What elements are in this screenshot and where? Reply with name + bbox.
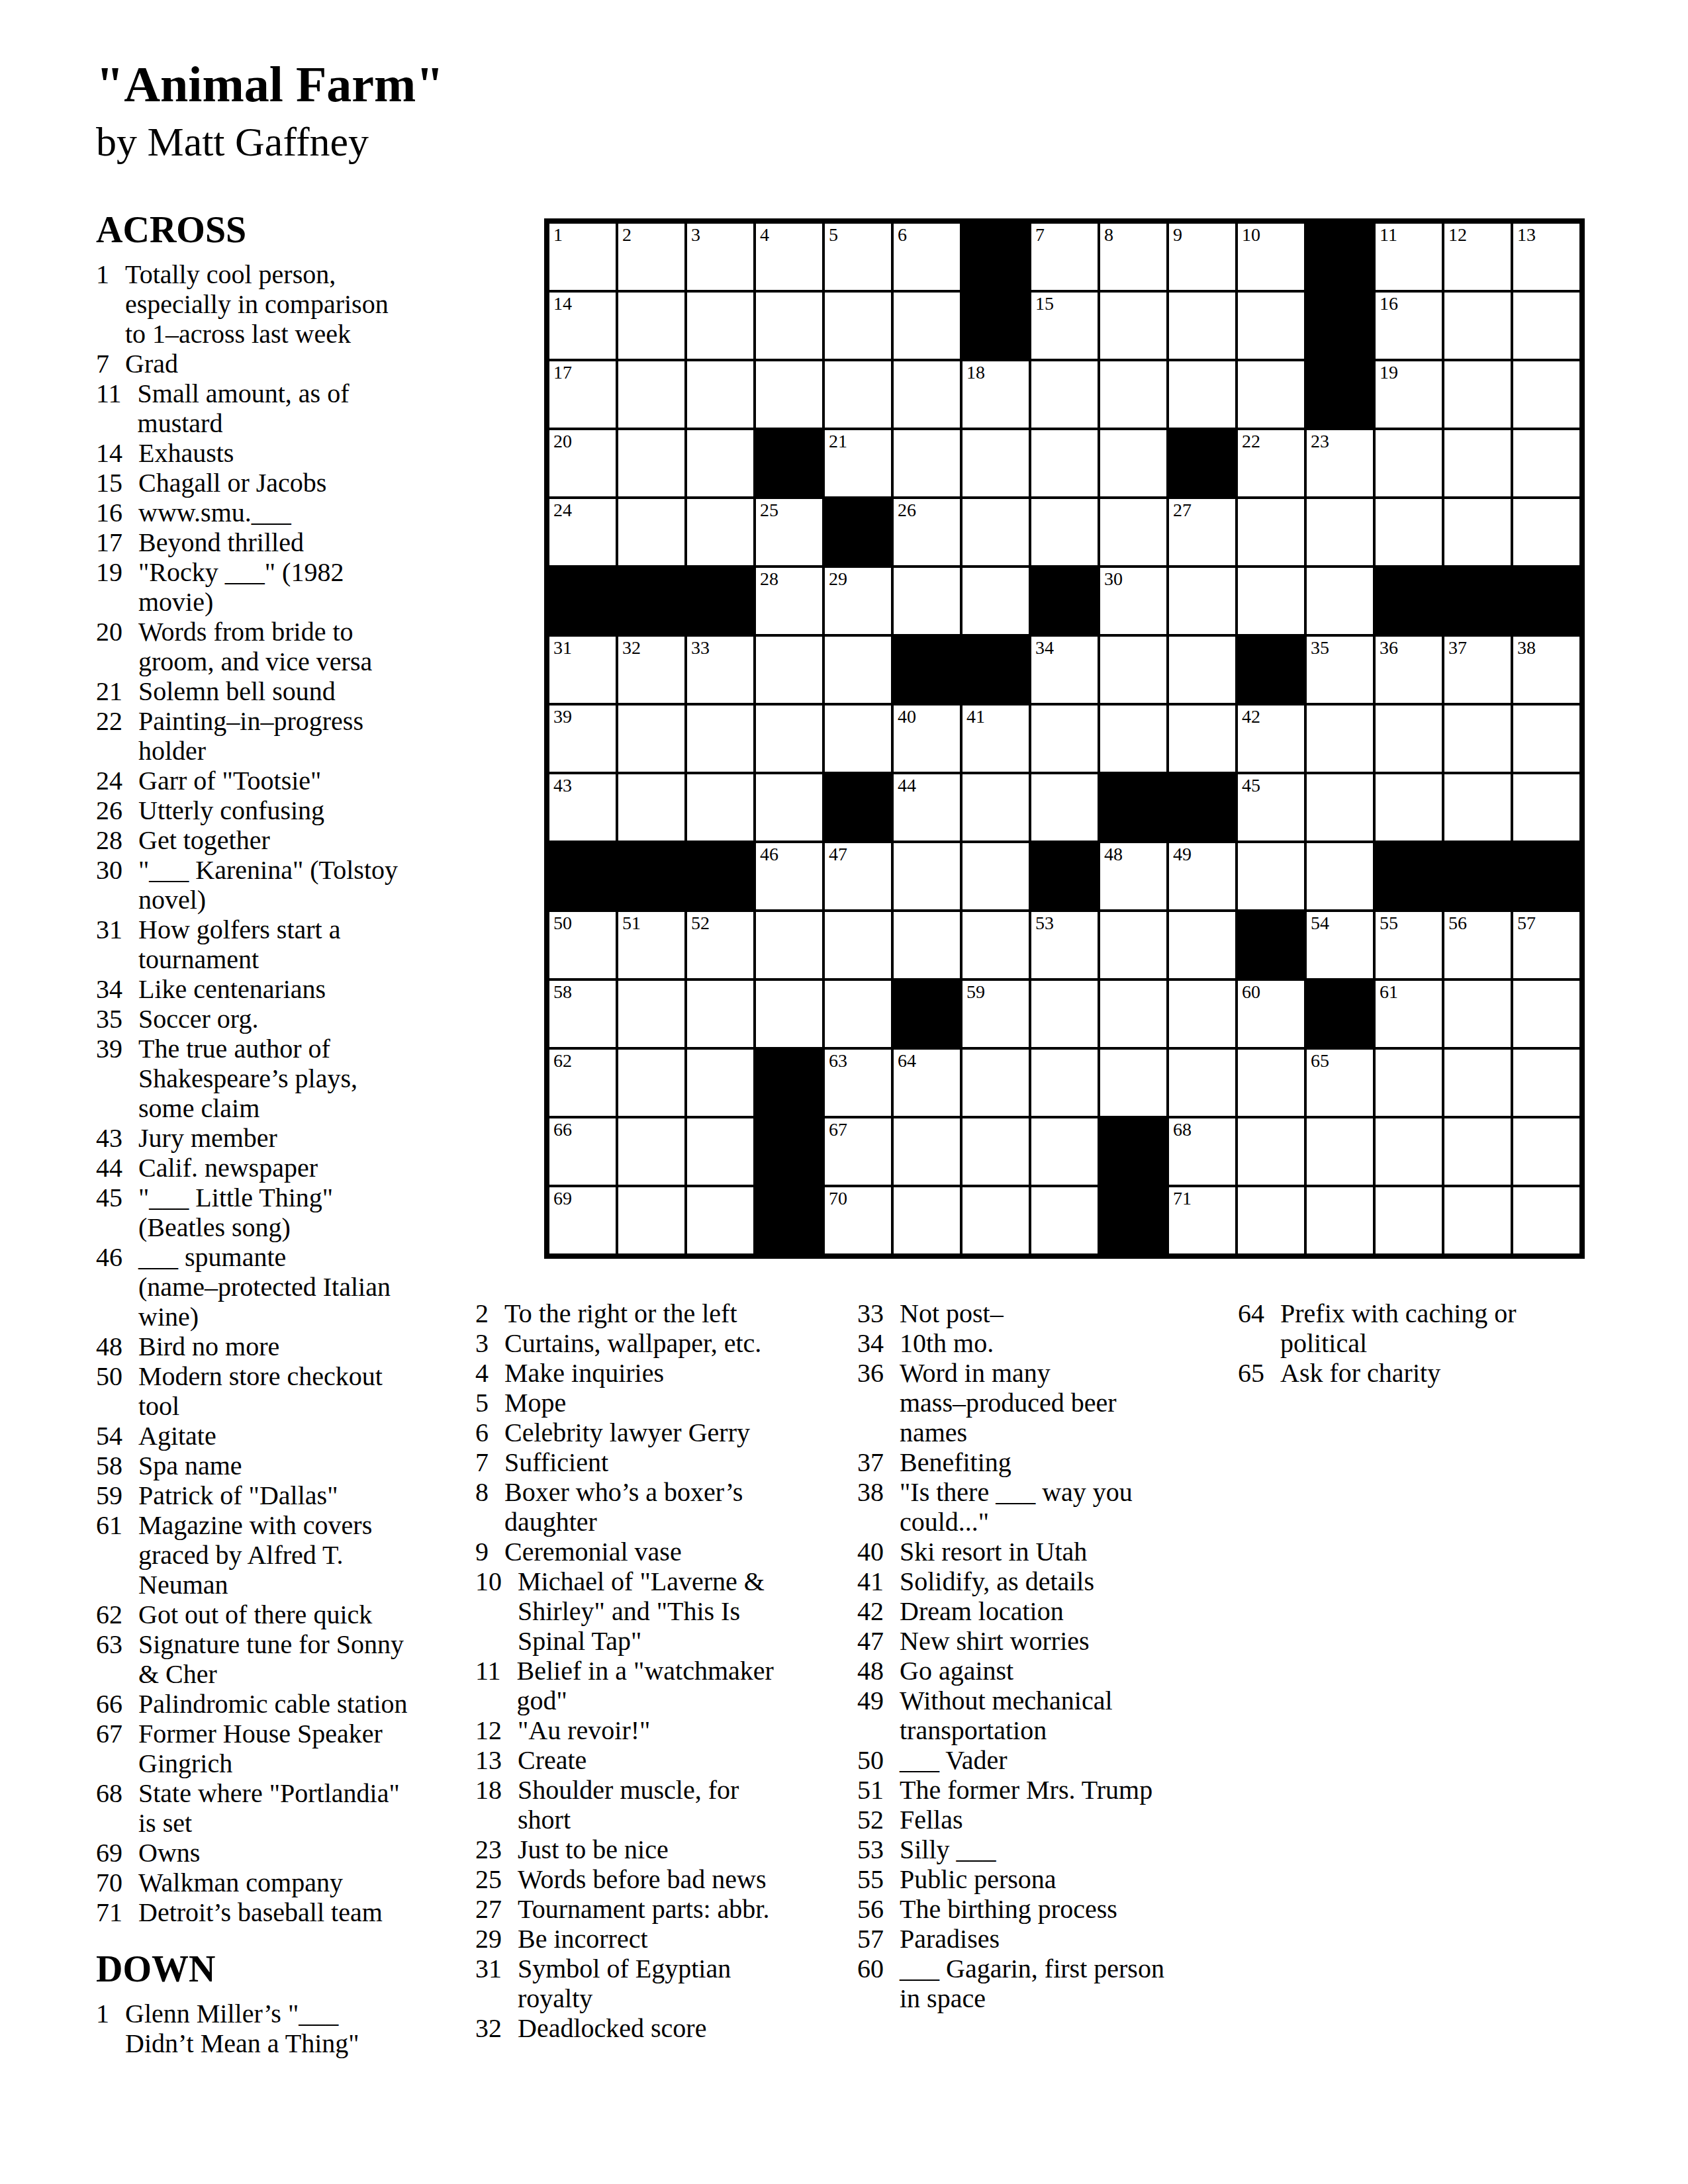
- cell-r13c6[interactable]: 64: [894, 1050, 960, 1116]
- cell-r9c3[interactable]: [687, 774, 753, 841]
- cell-number: 22: [1242, 432, 1260, 451]
- cell-r2c6[interactable]: [894, 293, 960, 359]
- clue-number: 11: [475, 1656, 501, 1715]
- cell-r1c2[interactable]: 2: [618, 224, 684, 290]
- cell-r15c13[interactable]: [1376, 1187, 1442, 1253]
- cell-number: 32: [622, 638, 641, 658]
- cell-r1c4[interactable]: 4: [756, 224, 822, 290]
- block-r6c8: [1031, 568, 1098, 634]
- clue-number: 55: [857, 1864, 884, 1894]
- cell-r4c3[interactable]: [687, 430, 753, 496]
- cell-r11c7[interactable]: [962, 912, 1029, 978]
- cell-r14c3[interactable]: [687, 1118, 753, 1185]
- cell-r11c9[interactable]: [1100, 912, 1166, 978]
- clue-number: 59: [96, 1480, 122, 1510]
- block-r11c11: [1238, 912, 1304, 978]
- clue-number: 25: [475, 1864, 502, 1894]
- puzzle-byline: by Matt Gaffney: [96, 120, 369, 163]
- clue-number: 31: [475, 1954, 502, 2013]
- cell-r15c1[interactable]: 69: [549, 1187, 616, 1253]
- cell-r5c2[interactable]: [618, 499, 684, 565]
- across-clue-50: 50Modern store checkouttool: [96, 1361, 520, 1421]
- cell-r6c4[interactable]: 28: [756, 568, 822, 634]
- block-r9c9: [1100, 774, 1166, 841]
- clue-text: Modern store checkouttool: [138, 1361, 520, 1421]
- cell-r4c6[interactable]: [894, 430, 960, 496]
- cell-r14c6[interactable]: [894, 1118, 960, 1185]
- cell-r14c5[interactable]: 67: [825, 1118, 891, 1185]
- cell-r4c11[interactable]: 22: [1238, 430, 1304, 496]
- cell-number: 15: [1035, 294, 1054, 314]
- clue-text: Glenn Miller’s "___Didn’t Mean a Thing": [125, 1999, 520, 2058]
- clue-number: 10: [475, 1567, 502, 1656]
- cell-r8c13[interactable]: [1376, 705, 1442, 772]
- cell-r4c1[interactable]: 20: [549, 430, 616, 496]
- cell-r13c3[interactable]: [687, 1050, 753, 1116]
- clue-number: 56: [857, 1894, 884, 1924]
- clue-text: Prefix with caching orpolitical: [1280, 1298, 1662, 1358]
- clue-text: Belief in a "watchmakergod": [517, 1656, 846, 1715]
- cell-r2c2[interactable]: [618, 293, 684, 359]
- cell-r15c14[interactable]: [1444, 1187, 1511, 1253]
- cell-r14c11[interactable]: [1238, 1118, 1304, 1185]
- clue-number: 57: [857, 1924, 884, 1954]
- cell-number: 67: [829, 1120, 847, 1140]
- cell-r12c5[interactable]: [825, 981, 891, 1047]
- clue-number: 70: [96, 1868, 122, 1897]
- cell-r1c5[interactable]: 5: [825, 224, 891, 290]
- cell-r5c8[interactable]: [1031, 499, 1098, 565]
- cell-number: 16: [1380, 294, 1398, 314]
- cell-r3c2[interactable]: [618, 361, 684, 428]
- cell-r13c8[interactable]: [1031, 1050, 1098, 1116]
- cell-r14c14[interactable]: [1444, 1118, 1511, 1185]
- cell-r11c1[interactable]: 50: [549, 912, 616, 978]
- cell-r6c12[interactable]: [1307, 568, 1373, 634]
- cell-r3c7[interactable]: 18: [962, 361, 1029, 428]
- block-r9c10: [1169, 774, 1235, 841]
- cell-r15c15[interactable]: [1513, 1187, 1579, 1253]
- cell-r8c7[interactable]: 41: [962, 705, 1029, 772]
- cell-r2c11[interactable]: [1238, 293, 1304, 359]
- cell-number: 27: [1173, 500, 1192, 520]
- down-clue-list-3: 33Not post–3410th mo.36Word in manymass–…: [857, 1298, 1228, 2013]
- cell-r3c1[interactable]: 17: [549, 361, 616, 428]
- clue-number: 69: [96, 1838, 122, 1868]
- cell-r2c9[interactable]: [1100, 293, 1166, 359]
- cell-r1c9[interactable]: 8: [1100, 224, 1166, 290]
- cell-r8c2[interactable]: [618, 705, 684, 772]
- clue-number: 52: [857, 1805, 884, 1835]
- cell-r9c2[interactable]: [618, 774, 684, 841]
- cell-r4c2[interactable]: [618, 430, 684, 496]
- cell-number: 63: [829, 1051, 847, 1071]
- cell-r12c15[interactable]: [1513, 981, 1579, 1047]
- clue-number: 33: [857, 1298, 884, 1328]
- cell-r5c9[interactable]: [1100, 499, 1166, 565]
- clue-text: Like centenarians: [138, 974, 520, 1004]
- cell-r11c10[interactable]: [1169, 912, 1235, 978]
- cell-r2c15[interactable]: [1513, 293, 1579, 359]
- down-clue-49: 49Without mechanicaltransportation: [857, 1686, 1228, 1745]
- clue-number: 23: [475, 1835, 502, 1864]
- down-clue-36: 36Word in manymass–produced beernames: [857, 1358, 1228, 1447]
- cell-number: 18: [966, 363, 985, 383]
- cell-r9c12[interactable]: [1307, 774, 1373, 841]
- clue-number: 50: [857, 1745, 884, 1775]
- cell-r3c4[interactable]: [756, 361, 822, 428]
- cell-r7c13[interactable]: 36: [1376, 637, 1442, 703]
- clue-number: 40: [857, 1537, 884, 1567]
- cell-r5c15[interactable]: [1513, 499, 1579, 565]
- cell-r2c3[interactable]: [687, 293, 753, 359]
- cell-r6c7[interactable]: [962, 568, 1029, 634]
- cell-r2c4[interactable]: [756, 293, 822, 359]
- cell-number: 34: [1035, 638, 1054, 658]
- clue-text: Fellas: [900, 1805, 1228, 1835]
- clue-text: Tournament parts: abbr.: [518, 1894, 846, 1924]
- cell-r3c14[interactable]: [1444, 361, 1511, 428]
- cell-number: 36: [1380, 638, 1398, 658]
- down-clue-9: 9Ceremonial vase: [475, 1537, 846, 1567]
- cell-r7c10[interactable]: [1169, 637, 1235, 703]
- clue-text: Owns: [138, 1838, 520, 1868]
- cell-r4c9[interactable]: [1100, 430, 1166, 496]
- cell-r13c15[interactable]: [1513, 1050, 1579, 1116]
- cell-r1c6[interactable]: 6: [894, 224, 960, 290]
- cell-r5c11[interactable]: [1238, 499, 1304, 565]
- cell-r11c14[interactable]: 56: [1444, 912, 1511, 978]
- cell-r7c9[interactable]: [1100, 637, 1166, 703]
- cell-r10c6[interactable]: [894, 843, 960, 909]
- cell-r7c12[interactable]: 35: [1307, 637, 1373, 703]
- cell-r3c8[interactable]: [1031, 361, 1098, 428]
- cell-r12c9[interactable]: [1100, 981, 1166, 1047]
- clue-number: 16: [96, 498, 122, 527]
- cell-r14c15[interactable]: [1513, 1118, 1579, 1185]
- cell-r8c1[interactable]: 39: [549, 705, 616, 772]
- cell-r8c4[interactable]: [756, 705, 822, 772]
- cell-r3c10[interactable]: [1169, 361, 1235, 428]
- cell-r8c10[interactable]: [1169, 705, 1235, 772]
- cell-r10c10[interactable]: 49: [1169, 843, 1235, 909]
- cell-r2c14[interactable]: [1444, 293, 1511, 359]
- down-clue-3: 3Curtains, wallpaper, etc.: [475, 1328, 846, 1358]
- down-clue-27: 27Tournament parts: abbr.: [475, 1894, 846, 1924]
- cell-r12c14[interactable]: [1444, 981, 1511, 1047]
- down-clue-57: 57Paradises: [857, 1924, 1228, 1954]
- down-clue-list-1: 1Glenn Miller’s "___Didn’t Mean a Thing": [96, 1999, 520, 2058]
- cell-r10c12[interactable]: [1307, 843, 1373, 909]
- clue-number: 48: [857, 1656, 884, 1686]
- cell-r9c11[interactable]: 45: [1238, 774, 1304, 841]
- cell-r8c11[interactable]: 42: [1238, 705, 1304, 772]
- cell-r15c12[interactable]: [1307, 1187, 1373, 1253]
- clue-number: 14: [96, 438, 122, 468]
- cell-r1c13[interactable]: 11: [1376, 224, 1442, 290]
- cell-r1c8[interactable]: 7: [1031, 224, 1098, 290]
- cell-r4c12[interactable]: 23: [1307, 430, 1373, 496]
- cell-r5c10[interactable]: 27: [1169, 499, 1235, 565]
- cell-r10c4[interactable]: 46: [756, 843, 822, 909]
- clue-number: 63: [96, 1629, 122, 1689]
- cell-r1c3[interactable]: 3: [687, 224, 753, 290]
- cell-r8c6[interactable]: 40: [894, 705, 960, 772]
- cell-r1c11[interactable]: 10: [1238, 224, 1304, 290]
- down-clue-25: 25Words before bad news: [475, 1864, 846, 1894]
- cell-r7c3[interactable]: 33: [687, 637, 753, 703]
- clue-number: 47: [857, 1626, 884, 1656]
- cell-r15c2[interactable]: [618, 1187, 684, 1253]
- clue-number: 2: [475, 1298, 489, 1328]
- cell-r8c5[interactable]: [825, 705, 891, 772]
- cell-r12c10[interactable]: [1169, 981, 1235, 1047]
- clue-text: Small amount, as ofmustard: [138, 379, 520, 438]
- cell-r4c13[interactable]: [1376, 430, 1442, 496]
- cell-r5c6[interactable]: 26: [894, 499, 960, 565]
- cell-r13c5[interactable]: 63: [825, 1050, 891, 1116]
- cell-r11c5[interactable]: [825, 912, 891, 978]
- clue-text: Patrick of "Dallas": [138, 1480, 520, 1510]
- block-r9c5: [825, 774, 891, 841]
- cell-number: 58: [553, 982, 572, 1002]
- cell-r12c4[interactable]: [756, 981, 822, 1047]
- cell-r11c8[interactable]: 53: [1031, 912, 1098, 978]
- down-clue-1: 1Glenn Miller’s "___Didn’t Mean a Thing": [96, 1999, 520, 2058]
- cell-r8c9[interactable]: [1100, 705, 1166, 772]
- clue-text: Signature tune for Sonny& Cher: [138, 1629, 520, 1689]
- down-clue-18: 18Shoulder muscle, forshort: [475, 1775, 846, 1835]
- cell-r12c2[interactable]: [618, 981, 684, 1047]
- cell-r2c13[interactable]: 16: [1376, 293, 1442, 359]
- clue-text: Calif. newspaper: [138, 1153, 520, 1183]
- cell-r14c10[interactable]: 68: [1169, 1118, 1235, 1185]
- cell-r15c5[interactable]: 70: [825, 1187, 891, 1253]
- cell-r8c15[interactable]: [1513, 705, 1579, 772]
- cell-r13c1[interactable]: 62: [549, 1050, 616, 1116]
- cell-number: 9: [1173, 225, 1182, 245]
- cell-r13c12[interactable]: 65: [1307, 1050, 1373, 1116]
- cell-r12c8[interactable]: [1031, 981, 1098, 1047]
- cell-r13c9[interactable]: [1100, 1050, 1166, 1116]
- block-r10c3: [687, 843, 753, 909]
- across-clue-68: 68State where "Portlandia"is set: [96, 1778, 520, 1838]
- cell-r15c6[interactable]: [894, 1187, 960, 1253]
- cell-r5c3[interactable]: [687, 499, 753, 565]
- cell-number: 8: [1104, 225, 1113, 245]
- cell-r4c5[interactable]: 21: [825, 430, 891, 496]
- down-clue-32: 32Deadlocked score: [475, 2013, 846, 2043]
- cell-r9c14[interactable]: [1444, 774, 1511, 841]
- across-clue-14: 14Exhausts: [96, 438, 520, 468]
- block-r6c2: [618, 568, 684, 634]
- cell-r6c6[interactable]: [894, 568, 960, 634]
- cell-r12c1[interactable]: 58: [549, 981, 616, 1047]
- cell-r4c15[interactable]: [1513, 430, 1579, 496]
- down-clue-list-4: 64Prefix with caching orpolitical65Ask f…: [1238, 1298, 1662, 1388]
- clue-text: "Rocky ___" (1982movie): [138, 557, 520, 617]
- cell-r1c15[interactable]: 13: [1513, 224, 1579, 290]
- across-clue-24: 24Garr of "Tootsie": [96, 766, 520, 796]
- across-clue-16: 16www.smu.___: [96, 498, 520, 527]
- clue-text: Deadlocked score: [518, 2013, 846, 2043]
- cell-r2c1[interactable]: 14: [549, 293, 616, 359]
- cell-r10c5[interactable]: 47: [825, 843, 891, 909]
- clue-text: Go against: [900, 1656, 1228, 1686]
- cell-r3c3[interactable]: [687, 361, 753, 428]
- cell-r11c13[interactable]: 55: [1376, 912, 1442, 978]
- cell-r9c6[interactable]: 44: [894, 774, 960, 841]
- cell-r11c4[interactable]: [756, 912, 822, 978]
- cell-r8c3[interactable]: [687, 705, 753, 772]
- cell-r8c12[interactable]: [1307, 705, 1373, 772]
- block-r6c14: [1444, 568, 1511, 634]
- cell-r14c13[interactable]: [1376, 1118, 1442, 1185]
- cell-r4c7[interactable]: [962, 430, 1029, 496]
- cell-number: 2: [622, 225, 632, 245]
- cell-r11c12[interactable]: 54: [1307, 912, 1373, 978]
- cell-r13c13[interactable]: [1376, 1050, 1442, 1116]
- clue-text: Ask for charity: [1280, 1358, 1662, 1388]
- cell-r14c1[interactable]: 66: [549, 1118, 616, 1185]
- clue-text: New shirt worries: [900, 1626, 1228, 1656]
- clue-number: 32: [475, 2013, 502, 2043]
- cell-r1c1[interactable]: 1: [549, 224, 616, 290]
- cell-r12c13[interactable]: 61: [1376, 981, 1442, 1047]
- cell-r9c7[interactable]: [962, 774, 1029, 841]
- cell-r6c9[interactable]: 30: [1100, 568, 1166, 634]
- cell-number: 12: [1448, 225, 1467, 245]
- clue-text: 10th mo.: [900, 1328, 1228, 1358]
- cell-r7c1[interactable]: 31: [549, 637, 616, 703]
- cell-r14c12[interactable]: [1307, 1118, 1373, 1185]
- cell-r3c9[interactable]: [1100, 361, 1166, 428]
- cell-r5c14[interactable]: [1444, 499, 1511, 565]
- clue-number: 5: [475, 1388, 489, 1418]
- cell-r2c8[interactable]: 15: [1031, 293, 1098, 359]
- cell-r7c14[interactable]: 37: [1444, 637, 1511, 703]
- across-clue-7: 7Grad: [96, 349, 520, 379]
- cell-r14c8[interactable]: [1031, 1118, 1098, 1185]
- down-clue-31: 31Symbol of Egyptianroyalty: [475, 1954, 846, 2013]
- across-clue-62: 62Got out of there quick: [96, 1600, 520, 1629]
- cell-r7c15[interactable]: 38: [1513, 637, 1579, 703]
- clue-text: Not post–: [900, 1298, 1228, 1328]
- cell-number: 14: [553, 294, 572, 314]
- cell-r8c14[interactable]: [1444, 705, 1511, 772]
- cell-r3c13[interactable]: 19: [1376, 361, 1442, 428]
- cell-r9c13[interactable]: [1376, 774, 1442, 841]
- cell-r7c4[interactable]: [756, 637, 822, 703]
- cell-r5c1[interactable]: 24: [549, 499, 616, 565]
- cell-r2c10[interactable]: [1169, 293, 1235, 359]
- cell-r14c2[interactable]: [618, 1118, 684, 1185]
- block-r6c13: [1376, 568, 1442, 634]
- cell-r15c7[interactable]: [962, 1187, 1029, 1253]
- cell-r15c8[interactable]: [1031, 1187, 1098, 1253]
- clue-text: Words from bride togroom, and vice versa: [138, 617, 520, 676]
- cell-r9c15[interactable]: [1513, 774, 1579, 841]
- cell-number: 51: [622, 913, 641, 933]
- cell-number: 43: [553, 776, 572, 796]
- cell-r13c2[interactable]: [618, 1050, 684, 1116]
- cell-r5c13[interactable]: [1376, 499, 1442, 565]
- cell-r11c6[interactable]: [894, 912, 960, 978]
- clue-number: 46: [96, 1242, 122, 1332]
- across-clue-17: 17Beyond thrilled: [96, 527, 520, 557]
- down-clue-41: 41Solidify, as details: [857, 1567, 1228, 1596]
- clue-number: 24: [96, 766, 122, 796]
- cell-r3c6[interactable]: [894, 361, 960, 428]
- cell-r5c12[interactable]: [1307, 499, 1373, 565]
- cell-number: 70: [829, 1189, 847, 1208]
- cell-number: 13: [1517, 225, 1536, 245]
- cell-r1c14[interactable]: 12: [1444, 224, 1511, 290]
- cell-r8c8[interactable]: [1031, 705, 1098, 772]
- cell-r10c9[interactable]: 48: [1100, 843, 1166, 909]
- cell-r9c8[interactable]: [1031, 774, 1098, 841]
- down-clue-50: 50___ Vader: [857, 1745, 1228, 1775]
- cell-r10c11[interactable]: [1238, 843, 1304, 909]
- cell-r7c5[interactable]: [825, 637, 891, 703]
- across-clue-43: 43Jury member: [96, 1123, 520, 1153]
- clue-text: Ski resort in Utah: [900, 1537, 1228, 1567]
- cell-r6c5[interactable]: 29: [825, 568, 891, 634]
- cell-r13c10[interactable]: [1169, 1050, 1235, 1116]
- cell-number: 53: [1035, 913, 1054, 933]
- cell-r11c3[interactable]: 52: [687, 912, 753, 978]
- cell-r3c5[interactable]: [825, 361, 891, 428]
- cell-r15c10[interactable]: 71: [1169, 1187, 1235, 1253]
- cell-r15c11[interactable]: [1238, 1187, 1304, 1253]
- clue-number: 20: [96, 617, 122, 676]
- cell-r6c10[interactable]: [1169, 568, 1235, 634]
- cell-r10c7[interactable]: [962, 843, 1029, 909]
- clue-text: Words before bad news: [518, 1864, 846, 1894]
- clue-number: 50: [96, 1361, 122, 1421]
- cell-r12c11[interactable]: 60: [1238, 981, 1304, 1047]
- cell-r3c11[interactable]: [1238, 361, 1304, 428]
- cell-r13c14[interactable]: [1444, 1050, 1511, 1116]
- cell-r12c7[interactable]: 59: [962, 981, 1029, 1047]
- cell-r4c14[interactable]: [1444, 430, 1511, 496]
- cell-r2c5[interactable]: [825, 293, 891, 359]
- cell-r9c1[interactable]: 43: [549, 774, 616, 841]
- cell-r3c15[interactable]: [1513, 361, 1579, 428]
- cell-r6c11[interactable]: [1238, 568, 1304, 634]
- cell-r11c2[interactable]: 51: [618, 912, 684, 978]
- cell-r12c3[interactable]: [687, 981, 753, 1047]
- clue-number: 21: [96, 676, 122, 706]
- cell-r7c2[interactable]: 32: [618, 637, 684, 703]
- cell-r4c8[interactable]: [1031, 430, 1098, 496]
- block-r10c15: [1513, 843, 1579, 909]
- cell-r5c7[interactable]: [962, 499, 1029, 565]
- cell-r9c4[interactable]: [756, 774, 822, 841]
- cell-r11c15[interactable]: 57: [1513, 912, 1579, 978]
- block-r6c1: [549, 568, 616, 634]
- block-r1c12: [1307, 224, 1373, 290]
- cell-r13c7[interactable]: [962, 1050, 1029, 1116]
- cell-r1c10[interactable]: 9: [1169, 224, 1235, 290]
- cell-r7c8[interactable]: 34: [1031, 637, 1098, 703]
- cell-r15c3[interactable]: [687, 1187, 753, 1253]
- cell-r13c11[interactable]: [1238, 1050, 1304, 1116]
- clue-text: The birthing process: [900, 1894, 1228, 1924]
- block-r14c9: [1100, 1118, 1166, 1185]
- cell-r5c4[interactable]: 25: [756, 499, 822, 565]
- cell-r14c7[interactable]: [962, 1118, 1029, 1185]
